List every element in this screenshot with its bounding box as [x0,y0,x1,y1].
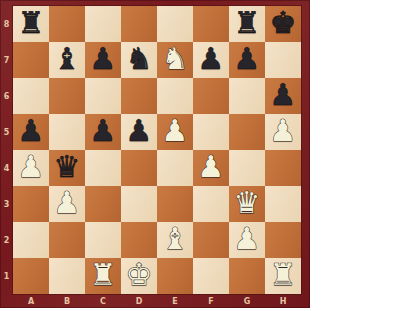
square-g3[interactable]: ♛ [229,186,265,222]
square-a7[interactable] [13,42,49,78]
square-g5[interactable] [229,114,265,150]
file-label-h: H [265,294,301,308]
white-pawn[interactable]: ♟ [18,152,45,182]
square-b7[interactable]: ♝ [49,42,85,78]
square-h4[interactable] [265,150,301,186]
file-label-g: G [229,294,265,308]
square-g6[interactable] [229,78,265,114]
square-e1[interactable] [157,258,193,294]
square-f3[interactable] [193,186,229,222]
square-a4[interactable]: ♟ [13,150,49,186]
square-d3[interactable] [121,186,157,222]
black-rook[interactable]: ♜ [234,8,261,38]
rank-label-3: 3 [0,186,13,222]
square-h3[interactable] [265,186,301,222]
white-king[interactable]: ♚ [126,260,153,290]
file-label-e: E [157,294,193,308]
white-rook[interactable]: ♜ [270,260,297,290]
rank-label-7: 7 [0,42,13,78]
square-c7[interactable]: ♟ [85,42,121,78]
square-e3[interactable] [157,186,193,222]
square-a3[interactable] [13,186,49,222]
square-e2[interactable]: ♝ [157,222,193,258]
square-b1[interactable] [49,258,85,294]
square-f4[interactable]: ♟ [193,150,229,186]
square-h1[interactable]: ♜ [265,258,301,294]
file-label-a: A [13,294,49,308]
file-labels: ABCDEFGH [13,294,301,308]
rank-label-2: 2 [0,222,13,258]
square-e7[interactable]: ♞ [157,42,193,78]
black-pawn[interactable]: ♟ [270,80,297,110]
square-b3[interactable]: ♟ [49,186,85,222]
square-f8[interactable] [193,6,229,42]
square-h5[interactable]: ♟ [265,114,301,150]
black-pawn[interactable]: ♟ [90,116,117,146]
square-e8[interactable] [157,6,193,42]
black-rook[interactable]: ♜ [18,8,45,38]
rank-label-8: 8 [0,6,13,42]
black-knight[interactable]: ♞ [126,44,153,74]
rank-labels: 87654321 [0,6,13,294]
square-c3[interactable] [85,186,121,222]
black-queen[interactable]: ♛ [54,152,81,182]
square-a6[interactable] [13,78,49,114]
square-b5[interactable] [49,114,85,150]
file-label-b: B [49,294,85,308]
black-bishop[interactable]: ♝ [54,44,81,74]
white-pawn[interactable]: ♟ [54,188,81,218]
square-g2[interactable]: ♟ [229,222,265,258]
square-d4[interactable] [121,150,157,186]
file-label-d: D [121,294,157,308]
square-d2[interactable] [121,222,157,258]
square-a8[interactable]: ♜ [13,6,49,42]
square-h7[interactable] [265,42,301,78]
square-b6[interactable] [49,78,85,114]
square-e5[interactable]: ♟ [157,114,193,150]
chess-board: 87654321 ♜♜♚♝♟♞♞♟♟♟♟♟♟♟♟♟♛♟♟♛♝♟♜♚♜ ABCDE… [0,0,310,308]
square-b8[interactable] [49,6,85,42]
square-f7[interactable]: ♟ [193,42,229,78]
square-h6[interactable]: ♟ [265,78,301,114]
square-d5[interactable]: ♟ [121,114,157,150]
square-e4[interactable] [157,150,193,186]
white-queen[interactable]: ♛ [234,188,261,218]
white-pawn[interactable]: ♟ [162,116,189,146]
square-c4[interactable] [85,150,121,186]
white-pawn[interactable]: ♟ [198,152,225,182]
square-h2[interactable] [265,222,301,258]
square-g4[interactable] [229,150,265,186]
white-pawn[interactable]: ♟ [270,116,297,146]
white-rook[interactable]: ♜ [90,260,117,290]
file-label-f: F [193,294,229,308]
rank-label-6: 6 [0,78,13,114]
rank-label-4: 4 [0,150,13,186]
square-e6[interactable] [157,78,193,114]
white-bishop[interactable]: ♝ [162,224,189,254]
white-knight[interactable]: ♞ [162,44,189,74]
square-c5[interactable]: ♟ [85,114,121,150]
square-a5[interactable]: ♟ [13,114,49,150]
black-pawn[interactable]: ♟ [90,44,117,74]
square-c8[interactable] [85,6,121,42]
square-g8[interactable]: ♜ [229,6,265,42]
square-d6[interactable] [121,78,157,114]
black-pawn[interactable]: ♟ [198,44,225,74]
square-b4[interactable]: ♛ [49,150,85,186]
square-c6[interactable] [85,78,121,114]
square-b2[interactable] [49,222,85,258]
black-king[interactable]: ♚ [270,8,297,38]
file-label-c: C [85,294,121,308]
square-f6[interactable] [193,78,229,114]
black-pawn[interactable]: ♟ [234,44,261,74]
white-pawn[interactable]: ♟ [234,224,261,254]
square-g7[interactable]: ♟ [229,42,265,78]
board-squares: ♜♜♚♝♟♞♞♟♟♟♟♟♟♟♟♟♛♟♟♛♝♟♜♚♜ [13,6,301,294]
square-d7[interactable]: ♞ [121,42,157,78]
square-h8[interactable]: ♚ [265,6,301,42]
square-d1[interactable]: ♚ [121,258,157,294]
rank-label-1: 1 [0,258,13,294]
page: 87654321 ♜♜♚♝♟♞♞♟♟♟♟♟♟♟♟♟♛♟♟♛♝♟♜♚♜ ABCDE… [0,0,414,311]
square-c2[interactable] [85,222,121,258]
square-a2[interactable] [13,222,49,258]
square-c1[interactable]: ♜ [85,258,121,294]
black-pawn[interactable]: ♟ [18,116,45,146]
square-a1[interactable] [13,258,49,294]
square-f1[interactable] [193,258,229,294]
square-f2[interactable] [193,222,229,258]
square-g1[interactable] [229,258,265,294]
square-f5[interactable] [193,114,229,150]
square-d8[interactable] [121,6,157,42]
black-pawn[interactable]: ♟ [126,116,153,146]
rank-label-5: 5 [0,114,13,150]
